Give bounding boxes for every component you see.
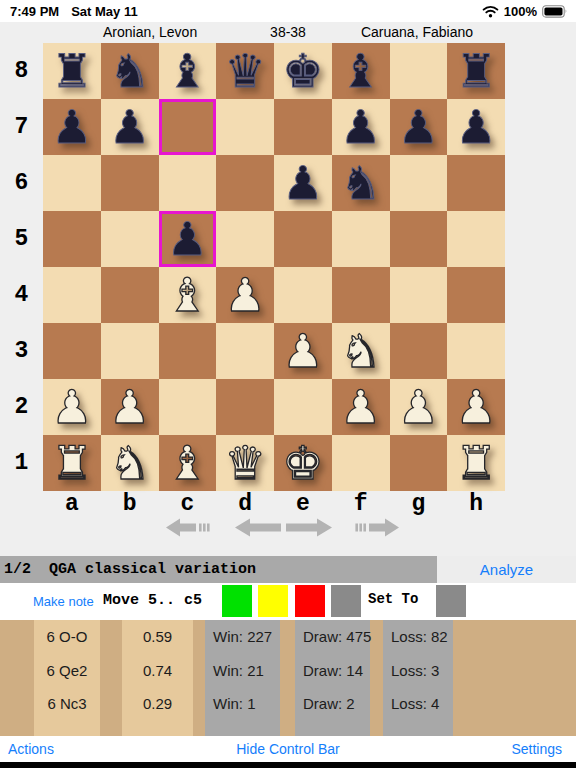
square-d8[interactable]: ♛ [216, 43, 274, 99]
clock-time: 7:49 PM [10, 4, 59, 19]
white-knight: ♞ [109, 436, 150, 490]
status-date: Sat May 11 [71, 4, 138, 19]
square-g8[interactable] [390, 43, 448, 99]
white-knight: ♞ [340, 324, 381, 378]
annotation-swatch-gray[interactable] [331, 585, 361, 617]
square-f6[interactable]: ♞ [332, 155, 390, 211]
cell-move: 6 Nc3 [34, 687, 100, 721]
battery-icon [542, 5, 568, 18]
chess-app-window: 7:49 PM Sat May 11 100% Aronian, Levon 3… [0, 0, 576, 768]
match-score: 38-38 [270, 24, 306, 40]
cell-draw: Draw: 475 [303, 620, 371, 654]
current-move-label: Move 5.. c5 [103, 592, 202, 609]
square-f1[interactable] [332, 435, 390, 491]
square-a5[interactable] [43, 211, 101, 267]
square-c5[interactable]: ♟ [159, 211, 217, 267]
square-h7[interactable]: ♟ [447, 99, 505, 155]
white-rook: ♜ [456, 436, 497, 490]
rank-label-2: 2 [0, 379, 43, 435]
cell-win: Win: 227 [213, 620, 272, 654]
wifi-icon [482, 5, 499, 18]
set-to-swatch[interactable] [436, 585, 466, 617]
square-g4[interactable] [390, 267, 448, 323]
square-a3[interactable] [43, 323, 101, 379]
opening-name: QGA classical variation [49, 561, 256, 578]
cell-loss: Loss: 4 [391, 687, 439, 721]
annotation-bar: Make note Move 5.. c5 Set To [0, 583, 576, 620]
white-bishop: ♝ [167, 268, 208, 322]
rank-label-6: 6 [0, 155, 43, 211]
square-c4[interactable]: ♝ [159, 267, 217, 323]
bottom-control-bar: Actions Hide Control Bar Settings [0, 736, 576, 762]
file-label-b: b [101, 491, 159, 517]
square-h2[interactable]: ♟ [447, 379, 505, 435]
rank-label-1: 1 [0, 435, 43, 491]
black-player-name: Caruana, Fabiano [361, 24, 473, 40]
black-queen: ♛ [225, 44, 266, 98]
analyze-area: Analyze [437, 556, 576, 583]
move-navigation [166, 514, 399, 540]
white-pawn: ♟ [109, 380, 150, 434]
white-bishop: ♝ [167, 436, 208, 490]
square-e8[interactable]: ♚ [274, 43, 332, 99]
square-g5[interactable] [390, 211, 448, 267]
square-g1[interactable] [390, 435, 448, 491]
black-pawn: ♟ [109, 100, 150, 154]
square-f5[interactable] [332, 211, 390, 267]
square-b1[interactable]: ♞ [101, 435, 159, 491]
square-a2[interactable]: ♟ [43, 379, 101, 435]
settings-button[interactable]: Settings [511, 741, 562, 757]
black-pawn: ♟ [167, 212, 208, 266]
square-d4[interactable]: ♟ [216, 267, 274, 323]
white-pawn: ♟ [225, 268, 266, 322]
black-pawn: ♟ [51, 100, 92, 154]
black-pawn: ♟ [340, 100, 381, 154]
square-a7[interactable]: ♟ [43, 99, 101, 155]
square-g7[interactable]: ♟ [390, 99, 448, 155]
file-label-a: a [43, 491, 101, 517]
cell-move: 6 O-O [34, 620, 100, 654]
square-e2[interactable] [274, 379, 332, 435]
square-f4[interactable] [332, 267, 390, 323]
cell-move: 6 Qe2 [34, 654, 100, 688]
status-bar: 7:49 PM Sat May 11 100% [0, 0, 576, 22]
candidate-moves-table: 6 O-O0.59Win: 227Draw: 475Loss: 826 Qe20… [0, 620, 576, 736]
black-pawn: ♟ [282, 156, 323, 210]
black-knight: ♞ [340, 156, 381, 210]
cell-draw: Draw: 2 [303, 687, 355, 721]
square-g2[interactable]: ♟ [390, 379, 448, 435]
square-a6[interactable] [43, 155, 101, 211]
square-c6[interactable] [159, 155, 217, 211]
white-pawn: ♟ [340, 380, 381, 434]
cell-eval: 0.29 [122, 687, 193, 721]
square-e3[interactable]: ♟ [274, 323, 332, 379]
fast-forward-arrow-icon[interactable] [353, 517, 399, 538]
opening-caption: 1/2 QGA classical variation [0, 556, 437, 583]
square-d6[interactable] [216, 155, 274, 211]
square-a1[interactable]: ♜ [43, 435, 101, 491]
white-pawn: ♟ [456, 380, 497, 434]
square-c7[interactable] [159, 99, 217, 155]
square-e4[interactable] [274, 267, 332, 323]
square-g3[interactable] [390, 323, 448, 379]
square-d1[interactable]: ♛ [216, 435, 274, 491]
square-b8[interactable]: ♞ [101, 43, 159, 99]
square-c1[interactable]: ♝ [159, 435, 217, 491]
set-to-label: Set To [368, 591, 418, 607]
square-e7[interactable] [274, 99, 332, 155]
caption-bar: 1/2 QGA classical variation Analyze [0, 556, 576, 583]
cell-eval: 0.74 [122, 654, 193, 688]
cell-loss: Loss: 3 [391, 654, 439, 688]
rank-labels: 87654321 [0, 43, 43, 491]
cell-win: Win: 1 [213, 687, 256, 721]
square-h3[interactable] [447, 323, 505, 379]
home-indicator-bar [0, 762, 576, 768]
black-pawn: ♟ [456, 100, 497, 154]
square-b2[interactable]: ♟ [101, 379, 159, 435]
file-label-h: h [447, 491, 505, 517]
white-player-name: Aronian, Levon [103, 24, 197, 40]
square-c3[interactable] [159, 323, 217, 379]
square-e1[interactable]: ♚ [274, 435, 332, 491]
table-row-partial[interactable] [0, 721, 576, 737]
square-b5[interactable] [101, 211, 159, 267]
black-bishop: ♝ [167, 44, 208, 98]
square-c2[interactable] [159, 379, 217, 435]
white-queen: ♛ [225, 436, 266, 490]
square-d7[interactable] [216, 99, 274, 155]
square-a4[interactable] [43, 267, 101, 323]
square-h5[interactable] [447, 211, 505, 267]
square-f2[interactable]: ♟ [332, 379, 390, 435]
square-a8[interactable]: ♜ [43, 43, 101, 99]
board: ♜♞♝♛♚♝♜♟♟♟♟♟♟♞♟♝♟♟♞♟♟♟♟♟♜♞♝♛♚♜ [43, 43, 505, 491]
white-king: ♚ [282, 436, 323, 490]
game-header: Aronian, Levon 38-38 Caruana, Fabiano [0, 22, 576, 43]
black-knight: ♞ [109, 44, 150, 98]
hide-control-bar-button[interactable]: Hide Control Bar [236, 741, 340, 757]
file-labels: abcdefgh [43, 491, 505, 515]
rank-label-5: 5 [0, 211, 43, 267]
black-pawn: ♟ [398, 100, 439, 154]
cell-win: Win: 21 [213, 654, 264, 688]
square-h4[interactable] [447, 267, 505, 323]
table-row-6-Qe2[interactable]: 6 Qe20.74Win: 21Draw: 14Loss: 3 [0, 654, 576, 688]
white-rook: ♜ [51, 436, 92, 490]
square-b3[interactable] [101, 323, 159, 379]
cell-eval: 0.59 [122, 620, 193, 654]
forward-arrow-icon[interactable] [286, 517, 332, 538]
square-d5[interactable] [216, 211, 274, 267]
fast-backward-arrow-icon[interactable] [166, 517, 212, 538]
square-b7[interactable]: ♟ [101, 99, 159, 155]
square-h8[interactable]: ♜ [447, 43, 505, 99]
square-g6[interactable] [390, 155, 448, 211]
square-d2[interactable] [216, 379, 274, 435]
make-note-button[interactable]: Make note [33, 594, 94, 609]
annotation-swatch-green[interactable] [222, 585, 252, 617]
square-c8[interactable]: ♝ [159, 43, 217, 99]
square-f8[interactable]: ♝ [332, 43, 390, 99]
square-e5[interactable] [274, 211, 332, 267]
black-bishop: ♝ [340, 44, 381, 98]
black-rook: ♜ [51, 44, 92, 98]
rank-label-8: 8 [0, 43, 43, 99]
game-result: 1/2 [4, 561, 31, 578]
white-pawn: ♟ [51, 380, 92, 434]
square-b6[interactable] [101, 155, 159, 211]
square-f3[interactable]: ♞ [332, 323, 390, 379]
white-pawn: ♟ [398, 380, 439, 434]
square-h1[interactable]: ♜ [447, 435, 505, 491]
black-king: ♚ [282, 44, 323, 98]
rank-label-7: 7 [0, 99, 43, 155]
square-e6[interactable]: ♟ [274, 155, 332, 211]
square-d3[interactable] [216, 323, 274, 379]
square-b4[interactable] [101, 267, 159, 323]
black-rook: ♜ [456, 44, 497, 98]
table-row-6-Nc3[interactable]: 6 Nc30.29Win: 1Draw: 2Loss: 4 [0, 687, 576, 721]
cell-draw: Draw: 14 [303, 654, 363, 688]
white-pawn: ♟ [282, 324, 323, 378]
rank-label-3: 3 [0, 323, 43, 379]
square-f7[interactable]: ♟ [332, 99, 390, 155]
annotation-swatch-red[interactable] [295, 585, 325, 617]
cell-loss: Loss: 82 [391, 620, 448, 654]
battery-percent: 100% [504, 4, 537, 19]
table-row-6-O-O[interactable]: 6 O-O0.59Win: 227Draw: 475Loss: 82 [0, 620, 576, 654]
actions-button[interactable]: Actions [8, 741, 54, 757]
rank-label-4: 4 [0, 267, 43, 323]
annotation-swatch-yellow[interactable] [258, 585, 288, 617]
backward-arrow-icon[interactable] [235, 517, 281, 538]
analyze-button[interactable]: Analyze [480, 561, 533, 578]
square-h6[interactable] [447, 155, 505, 211]
